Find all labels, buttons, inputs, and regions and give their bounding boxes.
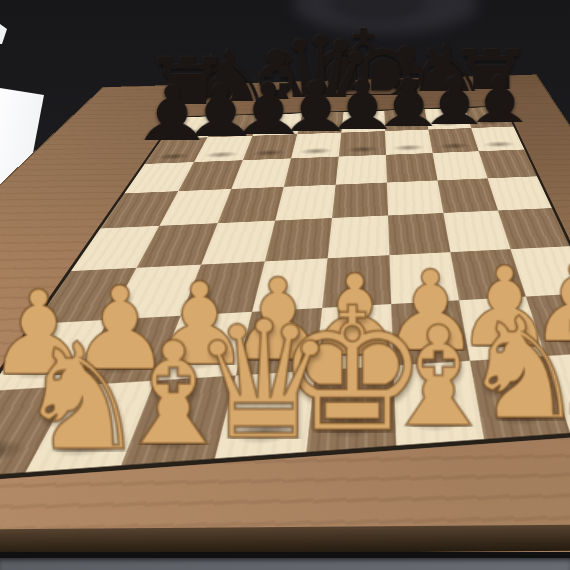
board-front-edge [0, 525, 570, 556]
table-surface [0, 558, 570, 570]
board-perspective: ♜♞♝♛♚♝♞♜♟♟♟♟♟♟♟♟♟♟♟♟♟♟♟♟♜♞♝♛♚♝♞♜ [0, 0, 570, 570]
white-rook-a1[interactable]: ♜ [0, 118, 101, 458]
rook-glyph: ♜ [0, 341, 49, 477]
piece-layer: ♜♞♝♛♚♝♞♜♟♟♟♟♟♟♟♟♟♟♟♟♟♟♟♟♜♞♝♛♚♝♞♜ [0, 74, 570, 570]
scene: ♜♞♝♛♚♝♞♜♟♟♟♟♟♟♟♟♟♟♟♟♟♟♟♟♜♞♝♛♚♝♞♜ [0, 0, 570, 570]
chessboard: ♜♞♝♛♚♝♞♜♟♟♟♟♟♟♟♟♟♟♟♟♟♟♟♟♜♞♝♛♚♝♞♜ [0, 74, 570, 570]
